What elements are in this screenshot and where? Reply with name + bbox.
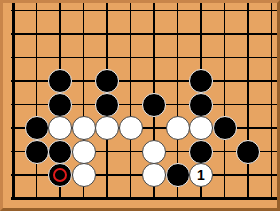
black-stone [48,93,72,117]
white-stone [72,140,96,164]
go-diagram: 1 [0,0,280,211]
black-stone [48,163,72,187]
black-stone [95,69,119,93]
black-stone [25,140,49,164]
black-stone [25,116,49,140]
white-stone [142,163,166,187]
black-stone [236,140,260,164]
red-circle-marker [53,168,67,182]
move-number-label: 1 [197,168,205,182]
black-stone [189,69,213,93]
grid-hline [11,33,277,34]
black-stone [48,140,72,164]
white-stone [72,116,96,140]
black-stone [189,140,213,164]
black-stone [95,93,119,117]
black-stone [142,93,166,117]
white-stone [72,163,96,187]
white-stone [189,116,213,140]
white-stone: 1 [189,163,213,187]
grid-hline [11,57,277,58]
white-stone [95,116,119,140]
white-stone [119,116,143,140]
grid-hline [11,10,277,11]
go-board: 1 [0,0,280,211]
black-stone [189,93,213,117]
board-frame [0,0,280,211]
black-stone [166,163,190,187]
white-stone [142,140,166,164]
white-stone [48,116,72,140]
board-edge-line-bottom [11,197,277,200]
white-stone [166,116,190,140]
black-stone [213,116,237,140]
black-stone [48,69,72,93]
